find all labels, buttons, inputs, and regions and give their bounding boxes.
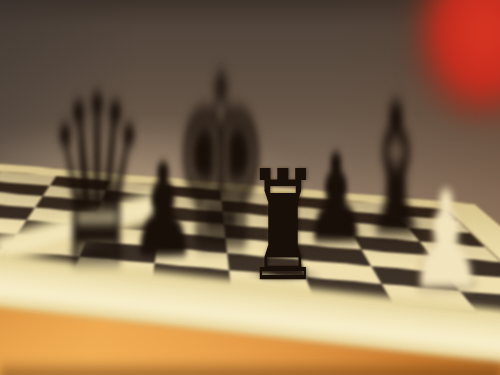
chess-photo-scene: ♛ ♟ ♚ ♜ ♟ ♝ ♟ <box>0 0 500 375</box>
table-shadow-edge <box>0 359 500 375</box>
white-pawn: ♟ <box>408 175 484 310</box>
